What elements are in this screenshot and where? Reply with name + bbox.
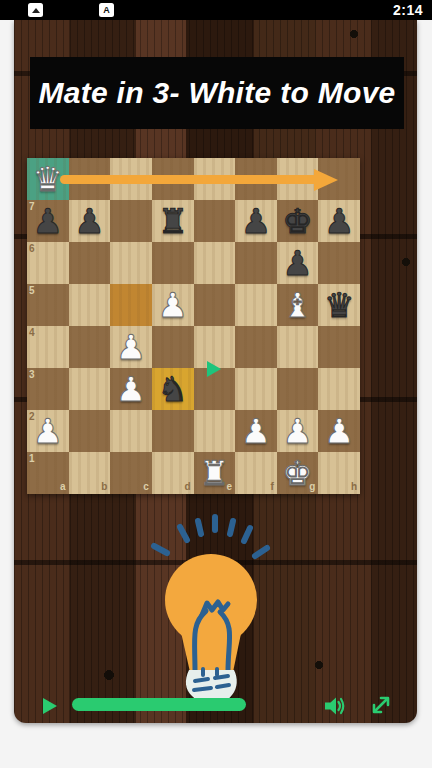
fullscreen-icon[interactable]	[370, 694, 392, 716]
piece-white-pawn[interactable]: ♟	[235, 410, 277, 452]
square-h5[interactable]: ♛	[318, 284, 360, 326]
piece-black-pawn[interactable]: ♟	[69, 200, 111, 242]
rank-label-5: 5	[29, 286, 35, 296]
square-d6[interactable]	[152, 242, 194, 284]
rank-label-2: 2	[29, 412, 35, 422]
square-b2[interactable]	[69, 410, 111, 452]
square-c4[interactable]: ♟	[110, 326, 152, 368]
piece-black-knight[interactable]: ♞	[152, 368, 194, 410]
file-label-h: h	[351, 482, 357, 492]
square-c2[interactable]	[110, 410, 152, 452]
piece-black-pawn[interactable]: ♟	[277, 242, 319, 284]
square-g7[interactable]: ♚	[277, 200, 319, 242]
rank-label-3: 3	[29, 370, 35, 380]
square-h4[interactable]	[318, 326, 360, 368]
square-a2[interactable]: 2♟	[27, 410, 69, 452]
video-frame[interactable]: Mate in 3- White to Move ♛7♟♟♜♟♚♟6♟5♟♝♛4…	[14, 20, 417, 723]
file-label-f: f	[270, 482, 273, 492]
file-label-d: d	[184, 482, 190, 492]
square-e1[interactable]: e♜	[194, 452, 236, 494]
square-g5[interactable]: ♝	[277, 284, 319, 326]
play-button[interactable]	[43, 698, 57, 714]
piece-black-pawn[interactable]: ♟	[318, 200, 360, 242]
status-bar: A 2:14	[0, 0, 432, 20]
piece-white-pawn[interactable]: ♟	[277, 410, 319, 452]
square-c6[interactable]	[110, 242, 152, 284]
square-a1[interactable]: 1a	[27, 452, 69, 494]
square-a3[interactable]: 3	[27, 368, 69, 410]
square-g6[interactable]: ♟	[277, 242, 319, 284]
square-f7[interactable]: ♟	[235, 200, 277, 242]
square-b5[interactable]	[69, 284, 111, 326]
square-g2[interactable]: ♟	[277, 410, 319, 452]
puzzle-title: Mate in 3- White to Move	[38, 76, 395, 110]
square-c3[interactable]: ♟	[110, 368, 152, 410]
file-label-b: b	[101, 482, 107, 492]
square-d3[interactable]: ♞	[152, 368, 194, 410]
piece-black-king[interactable]: ♚	[277, 200, 319, 242]
square-b7[interactable]: ♟	[69, 200, 111, 242]
square-e6[interactable]	[194, 242, 236, 284]
rank-label-6: 6	[29, 244, 35, 254]
square-d5[interactable]: ♟	[152, 284, 194, 326]
square-d7[interactable]: ♜	[152, 200, 194, 242]
square-b4[interactable]	[69, 326, 111, 368]
square-f3[interactable]	[235, 368, 277, 410]
hint-arrow-line	[60, 175, 318, 184]
square-h6[interactable]	[318, 242, 360, 284]
move-marker-icon	[207, 361, 221, 377]
square-h2[interactable]: ♟	[318, 410, 360, 452]
image-notification-icon	[28, 3, 43, 17]
square-f4[interactable]	[235, 326, 277, 368]
square-c5[interactable]	[110, 284, 152, 326]
square-g1[interactable]: g♚	[277, 452, 319, 494]
piece-white-pawn[interactable]: ♟	[110, 368, 152, 410]
piece-white-pawn[interactable]: ♟	[110, 326, 152, 368]
letter-a-notification-icon: A	[99, 3, 114, 17]
square-b6[interactable]	[69, 242, 111, 284]
square-f2[interactable]: ♟	[235, 410, 277, 452]
square-d1[interactable]: d	[152, 452, 194, 494]
square-a4[interactable]: 4	[27, 326, 69, 368]
square-c1[interactable]: c	[110, 452, 152, 494]
piece-white-bishop[interactable]: ♝	[277, 284, 319, 326]
app-screen: A 2:14 Mate in 3- White to Move ♛7♟♟♜♟♚♟…	[0, 0, 432, 768]
file-label-c: c	[143, 482, 149, 492]
square-d2[interactable]	[152, 410, 194, 452]
rank-label-7: 7	[29, 202, 35, 212]
square-a7[interactable]: 7♟	[27, 200, 69, 242]
piece-white-pawn[interactable]: ♟	[318, 410, 360, 452]
square-h1[interactable]: h	[318, 452, 360, 494]
rank-label-4: 4	[29, 328, 35, 338]
file-label-e: e	[227, 482, 233, 492]
square-f1[interactable]: f	[235, 452, 277, 494]
square-d4[interactable]	[152, 326, 194, 368]
square-h3[interactable]	[318, 368, 360, 410]
chess-board: ♛7♟♟♜♟♚♟6♟5♟♝♛4♟3♟♞2♟♟♟♟1abcde♜fg♚h	[27, 158, 360, 494]
volume-icon[interactable]	[325, 696, 347, 716]
lightbulb-icon	[148, 514, 298, 714]
square-g4[interactable]	[277, 326, 319, 368]
square-e7[interactable]	[194, 200, 236, 242]
square-b1[interactable]: b	[69, 452, 111, 494]
square-f6[interactable]	[235, 242, 277, 284]
square-f5[interactable]	[235, 284, 277, 326]
piece-black-queen[interactable]: ♛	[318, 284, 360, 326]
square-h7[interactable]: ♟	[318, 200, 360, 242]
square-a6[interactable]: 6	[27, 242, 69, 284]
square-g3[interactable]	[277, 368, 319, 410]
square-b3[interactable]	[69, 368, 111, 410]
square-e2[interactable]	[194, 410, 236, 452]
hint-arrow-head	[314, 169, 338, 191]
puzzle-title-banner: Mate in 3- White to Move	[30, 57, 404, 129]
file-label-g: g	[309, 482, 315, 492]
square-c7[interactable]	[110, 200, 152, 242]
piece-white-pawn[interactable]: ♟	[152, 284, 194, 326]
rank-label-1: 1	[29, 454, 35, 464]
piece-black-rook[interactable]: ♜	[152, 200, 194, 242]
progress-bar[interactable]	[72, 698, 246, 711]
square-e5[interactable]	[194, 284, 236, 326]
file-label-a: a	[60, 482, 66, 492]
piece-black-pawn[interactable]: ♟	[235, 200, 277, 242]
square-a5[interactable]: 5	[27, 284, 69, 326]
status-time: 2:14	[393, 2, 423, 18]
